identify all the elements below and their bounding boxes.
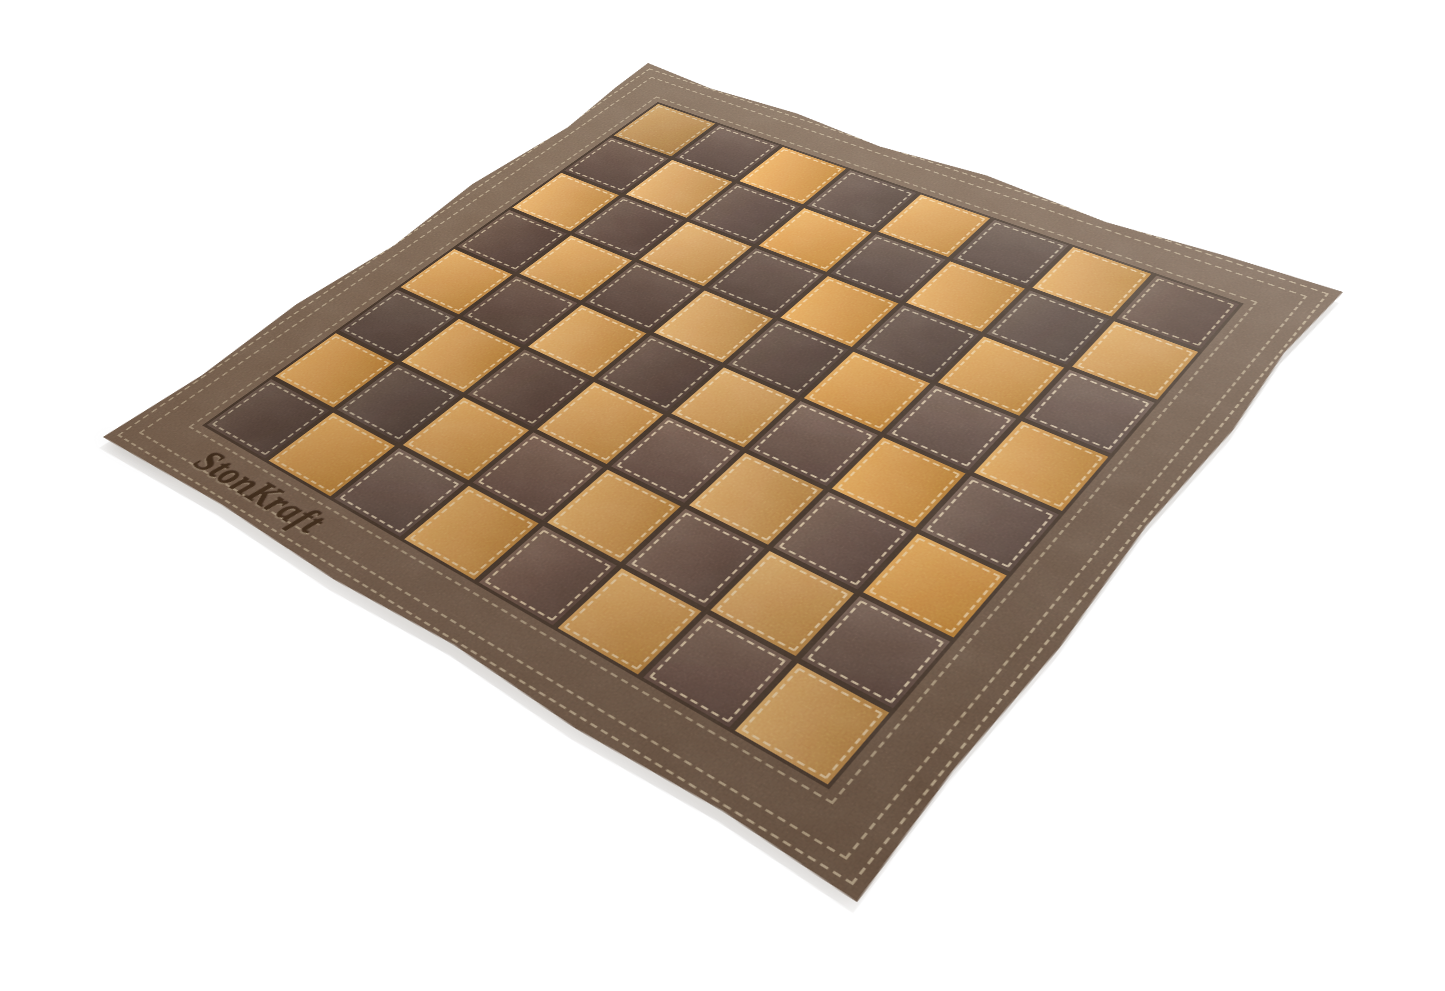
chessboard-grid bbox=[202, 102, 1244, 789]
product-photo: StonKraft bbox=[0, 0, 1445, 991]
leather-chessboard-mat: StonKraft bbox=[103, 63, 1343, 902]
